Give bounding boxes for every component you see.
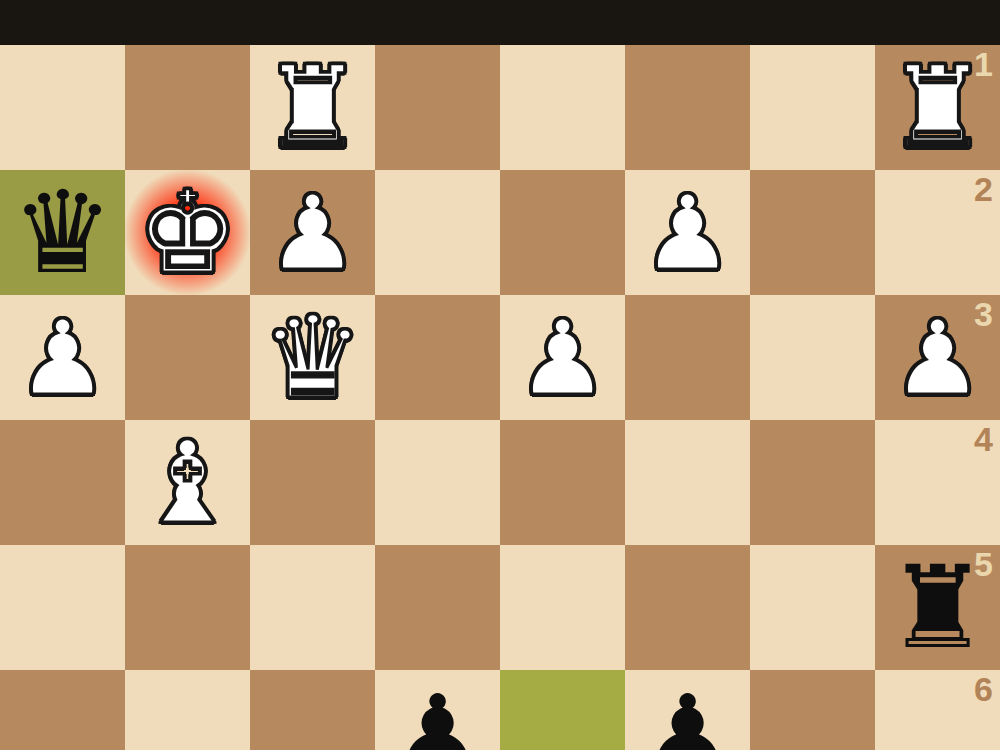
- square-f6[interactable]: [250, 670, 375, 750]
- square-d1[interactable]: [500, 45, 625, 170]
- square-b4[interactable]: [750, 420, 875, 545]
- rank-label-2: 2: [974, 170, 993, 208]
- square-a1[interactable]: 1♜: [875, 45, 1000, 170]
- square-a2[interactable]: 2: [875, 170, 1000, 295]
- square-e6[interactable]: ♟: [375, 670, 500, 750]
- square-d3[interactable]: ♟: [500, 295, 625, 420]
- square-d5[interactable]: [500, 545, 625, 670]
- square-b6[interactable]: [750, 670, 875, 750]
- square-g2[interactable]: ♚: [125, 170, 250, 295]
- square-e2[interactable]: [375, 170, 500, 295]
- square-f2[interactable]: ♟: [250, 170, 375, 295]
- square-e4[interactable]: [375, 420, 500, 545]
- rank-label-1: 1: [974, 45, 993, 83]
- rank-label-6: 6: [974, 670, 993, 708]
- piece-white-queen[interactable]: ♛: [250, 295, 375, 420]
- square-h6[interactable]: [0, 670, 125, 750]
- square-g5[interactable]: [125, 545, 250, 670]
- square-f1[interactable]: ♜: [250, 45, 375, 170]
- piece-black-pawn[interactable]: ♟: [625, 670, 750, 750]
- rank-label-3: 3: [974, 295, 993, 333]
- square-g6[interactable]: [125, 670, 250, 750]
- piece-white-pawn[interactable]: ♟: [250, 170, 375, 295]
- square-a5[interactable]: 5♜: [875, 545, 1000, 670]
- piece-white-pawn[interactable]: ♟: [500, 295, 625, 420]
- square-a6[interactable]: 6: [875, 670, 1000, 750]
- square-c1[interactable]: [625, 45, 750, 170]
- piece-white-bishop[interactable]: ♝: [125, 420, 250, 545]
- top-bar: [0, 0, 1000, 45]
- square-f4[interactable]: [250, 420, 375, 545]
- rank-label-5: 5: [974, 545, 993, 583]
- square-d4[interactable]: [500, 420, 625, 545]
- square-e3[interactable]: [375, 295, 500, 420]
- square-c3[interactable]: [625, 295, 750, 420]
- square-f3[interactable]: ♛: [250, 295, 375, 420]
- square-g3[interactable]: [125, 295, 250, 420]
- square-c5[interactable]: [625, 545, 750, 670]
- piece-white-pawn[interactable]: ♟: [0, 295, 125, 420]
- square-h1[interactable]: [0, 45, 125, 170]
- square-d6[interactable]: [500, 670, 625, 750]
- square-b3[interactable]: [750, 295, 875, 420]
- square-h3[interactable]: ♟: [0, 295, 125, 420]
- square-a4[interactable]: 4: [875, 420, 1000, 545]
- square-e1[interactable]: [375, 45, 500, 170]
- chess-board: ♜1♜♛♚♟♟2♟♛♟3♟♝45♜♟♟6: [0, 45, 1000, 750]
- piece-white-pawn[interactable]: ♟: [625, 170, 750, 295]
- square-b5[interactable]: [750, 545, 875, 670]
- square-h5[interactable]: [0, 545, 125, 670]
- square-h4[interactable]: [0, 420, 125, 545]
- square-c2[interactable]: ♟: [625, 170, 750, 295]
- square-g1[interactable]: [125, 45, 250, 170]
- square-c6[interactable]: ♟: [625, 670, 750, 750]
- square-b1[interactable]: [750, 45, 875, 170]
- square-f5[interactable]: [250, 545, 375, 670]
- piece-black-pawn[interactable]: ♟: [375, 670, 500, 750]
- rank-label-4: 4: [974, 420, 993, 458]
- square-a3[interactable]: 3♟: [875, 295, 1000, 420]
- square-g4[interactable]: ♝: [125, 420, 250, 545]
- square-b2[interactable]: [750, 170, 875, 295]
- square-h2[interactable]: ♛: [0, 170, 125, 295]
- app-screen: ♜1♜♛♚♟♟2♟♛♟3♟♝45♜♟♟6: [0, 0, 1000, 750]
- piece-white-rook[interactable]: ♜: [250, 45, 375, 170]
- piece-black-queen[interactable]: ♛: [0, 170, 125, 295]
- piece-white-king[interactable]: ♚: [125, 170, 250, 295]
- square-c4[interactable]: [625, 420, 750, 545]
- square-e5[interactable]: [375, 545, 500, 670]
- square-d2[interactable]: [500, 170, 625, 295]
